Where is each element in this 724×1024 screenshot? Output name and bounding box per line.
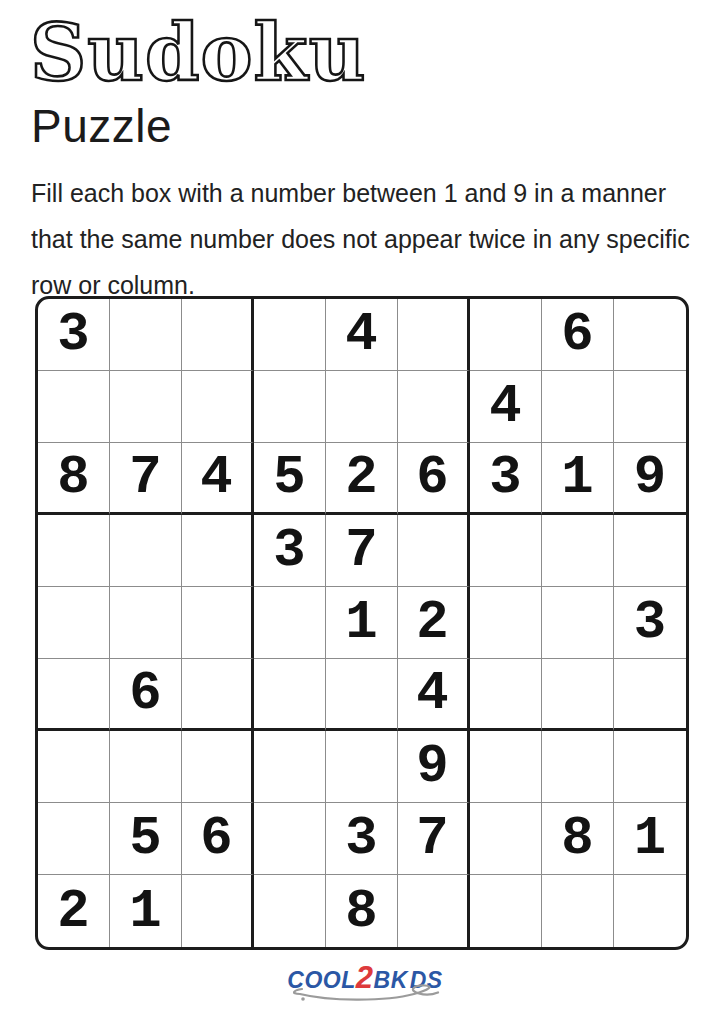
cell-value: 1 (345, 592, 377, 653)
cell-r6c1[interactable] (38, 659, 110, 731)
cell-value: 2 (416, 592, 448, 653)
cell-r3c4: 5 (254, 443, 326, 515)
cell-r7c7[interactable] (470, 731, 542, 803)
cell-r8c8: 8 (542, 803, 614, 875)
page-subtitle: Puzzle (31, 101, 172, 152)
cell-value: 5 (129, 808, 161, 869)
cell-r8c7[interactable] (470, 803, 542, 875)
cell-value: 3 (345, 808, 377, 869)
cell-value: 8 (345, 881, 377, 942)
cell-r6c3[interactable] (182, 659, 254, 731)
cell-r2c2[interactable] (110, 371, 182, 443)
cell-r1c1: 3 (38, 299, 110, 371)
cell-r5c7[interactable] (470, 587, 542, 659)
cell-r7c9[interactable] (614, 731, 686, 803)
cell-r2c5[interactable] (326, 371, 398, 443)
cell-r1c7[interactable] (470, 299, 542, 371)
cell-r3c3: 4 (182, 443, 254, 515)
cell-value: 3 (489, 447, 521, 508)
cell-r7c3[interactable] (182, 731, 254, 803)
cell-r8c4[interactable] (254, 803, 326, 875)
cell-value: 1 (561, 447, 593, 508)
cell-value: 8 (561, 808, 593, 869)
cell-r4c5: 7 (326, 515, 398, 587)
cell-r3c8: 1 (542, 443, 614, 515)
cell-r9c3[interactable] (182, 875, 254, 947)
cell-r7c1[interactable] (38, 731, 110, 803)
cell-r8c6: 7 (398, 803, 470, 875)
cell-r8c1[interactable] (38, 803, 110, 875)
cell-r9c9[interactable] (614, 875, 686, 947)
cell-r6c2: 6 (110, 659, 182, 731)
cell-value: 5 (273, 447, 305, 508)
cell-r6c4[interactable] (254, 659, 326, 731)
cell-value: 8 (57, 447, 89, 508)
cell-r3c2: 7 (110, 443, 182, 515)
instructions-text: Fill each box with a number between 1 an… (31, 170, 699, 308)
cell-r8c2: 5 (110, 803, 182, 875)
cell-r9c6[interactable] (398, 875, 470, 947)
cell-r4c7[interactable] (470, 515, 542, 587)
cell-value: 7 (345, 520, 377, 581)
cell-value: 3 (634, 592, 666, 653)
brand-logo: COOL2BKDS (290, 960, 440, 1006)
cell-r4c9[interactable] (614, 515, 686, 587)
cell-r5c3[interactable] (182, 587, 254, 659)
cell-r7c6: 9 (398, 731, 470, 803)
sudoku-board: 346487452631937123649563781218 (35, 296, 689, 950)
cell-value: 4 (489, 376, 521, 437)
cell-r9c4[interactable] (254, 875, 326, 947)
swoosh-underline-icon (288, 984, 442, 1006)
cell-value: 2 (345, 447, 377, 508)
cell-value: 3 (57, 304, 89, 365)
cell-r1c6[interactable] (398, 299, 470, 371)
cell-r4c2[interactable] (110, 515, 182, 587)
cell-r5c1[interactable] (38, 587, 110, 659)
cell-r2c6[interactable] (398, 371, 470, 443)
cell-r2c9[interactable] (614, 371, 686, 443)
cell-value: 7 (129, 447, 161, 508)
cell-value: 1 (634, 808, 666, 869)
cell-r4c4: 3 (254, 515, 326, 587)
cell-r1c2[interactable] (110, 299, 182, 371)
cell-r9c7[interactable] (470, 875, 542, 947)
cell-r6c5[interactable] (326, 659, 398, 731)
cell-value: 4 (416, 663, 448, 724)
cell-r3c6: 6 (398, 443, 470, 515)
cell-r9c5: 8 (326, 875, 398, 947)
cell-r5c6: 2 (398, 587, 470, 659)
cell-r7c4[interactable] (254, 731, 326, 803)
cell-r2c7: 4 (470, 371, 542, 443)
cell-r1c5: 4 (326, 299, 398, 371)
cell-r5c2[interactable] (110, 587, 182, 659)
cell-value: 1 (129, 881, 161, 942)
cell-r9c8[interactable] (542, 875, 614, 947)
cell-r1c8: 6 (542, 299, 614, 371)
cell-r9c1: 2 (38, 875, 110, 947)
cell-value: 7 (416, 808, 448, 869)
cell-r1c4[interactable] (254, 299, 326, 371)
cell-r8c5: 3 (326, 803, 398, 875)
cell-r3c5: 2 (326, 443, 398, 515)
cell-r6c6: 4 (398, 659, 470, 731)
page: Sudoku Puzzle Fill each box with a numbe… (0, 0, 724, 1024)
cell-r7c5[interactable] (326, 731, 398, 803)
cell-r1c9[interactable] (614, 299, 686, 371)
cell-r7c8[interactable] (542, 731, 614, 803)
cell-r2c8[interactable] (542, 371, 614, 443)
cell-value: 4 (345, 304, 377, 365)
cell-value: 4 (200, 447, 232, 508)
cell-r8c3: 6 (182, 803, 254, 875)
cell-r3c9: 9 (614, 443, 686, 515)
cell-value: 6 (416, 447, 448, 508)
cell-r7c2[interactable] (110, 731, 182, 803)
cell-r2c1[interactable] (38, 371, 110, 443)
cell-r5c8[interactable] (542, 587, 614, 659)
cell-r4c3[interactable] (182, 515, 254, 587)
cell-r8c9: 1 (614, 803, 686, 875)
cell-r3c7: 3 (470, 443, 542, 515)
cell-value: 6 (561, 304, 593, 365)
cell-value: 2 (57, 881, 89, 942)
cell-r4c1[interactable] (38, 515, 110, 587)
cell-r4c8[interactable] (542, 515, 614, 587)
cell-r5c9: 3 (614, 587, 686, 659)
cell-r2c3[interactable] (182, 371, 254, 443)
cell-r3c1: 8 (38, 443, 110, 515)
cell-value: 6 (129, 663, 161, 724)
cell-value: 9 (634, 447, 666, 508)
cell-r6c7[interactable] (470, 659, 542, 731)
cell-r6c8[interactable] (542, 659, 614, 731)
cell-r2c4[interactable] (254, 371, 326, 443)
cell-r5c5: 1 (326, 587, 398, 659)
page-title: Sudoku (30, 10, 366, 96)
cell-r6c9[interactable] (614, 659, 686, 731)
cell-value: 6 (200, 808, 232, 869)
cell-r1c3[interactable] (182, 299, 254, 371)
cell-value: 3 (273, 520, 305, 581)
cell-value: 9 (416, 736, 448, 797)
cell-r4c6[interactable] (398, 515, 470, 587)
cell-r5c4[interactable] (254, 587, 326, 659)
cell-r9c2: 1 (110, 875, 182, 947)
